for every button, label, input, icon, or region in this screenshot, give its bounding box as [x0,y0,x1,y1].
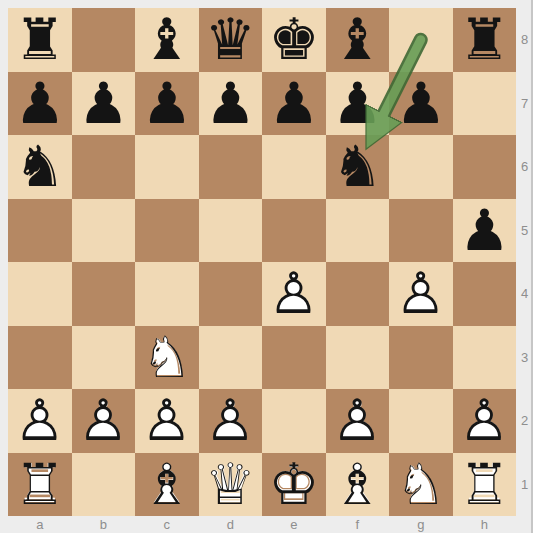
white-queen-outline: ♕ [205,456,256,513]
square-a5[interactable] [8,199,72,263]
square-h6[interactable] [453,135,517,199]
square-f7[interactable]: ♟ [326,72,390,136]
square-e3[interactable] [262,326,326,390]
file-label-e: e [262,516,326,533]
square-f4[interactable] [326,262,390,326]
square-h1[interactable]: ♜♖ [453,453,517,517]
square-h5[interactable]: ♟ [453,199,517,263]
square-b7[interactable]: ♟ [72,72,136,136]
black-knight[interactable]: ♞ [326,135,390,199]
square-h2[interactable]: ♟♙ [453,389,517,453]
white-pawn[interactable]: ♟♙ [453,389,517,453]
white-knight[interactable]: ♞♘ [389,453,453,517]
white-rook-outline: ♖ [459,456,510,513]
square-c1[interactable]: ♝♗ [135,453,199,517]
black-rook[interactable]: ♜ [453,8,517,72]
square-g4[interactable]: ♟♙ [389,262,453,326]
white-king-outline: ♔ [268,456,319,513]
square-h4[interactable] [453,262,517,326]
square-e4[interactable]: ♟♙ [262,262,326,326]
white-pawn[interactable]: ♟♙ [72,389,136,453]
square-f3[interactable] [326,326,390,390]
white-rook[interactable]: ♜♖ [453,453,517,517]
file-label-d: d [199,516,263,533]
white-pawn[interactable]: ♟♙ [199,389,263,453]
square-e7[interactable]: ♟ [262,72,326,136]
square-g2[interactable] [389,389,453,453]
black-pawn[interactable]: ♟ [326,72,390,136]
file-label-b: b [72,516,136,533]
square-f6[interactable]: ♞ [326,135,390,199]
black-pawn[interactable]: ♟ [389,72,453,136]
square-e6[interactable] [262,135,326,199]
file-label-f: f [326,516,390,533]
white-knight-outline: ♘ [141,329,192,386]
square-g8[interactable] [389,8,453,72]
black-bishop[interactable]: ♝ [135,8,199,72]
square-g1[interactable]: ♞♘ [389,453,453,517]
white-king[interactable]: ♚♔ [262,453,326,517]
white-pawn[interactable]: ♟♙ [262,262,326,326]
square-c4[interactable] [135,262,199,326]
square-g5[interactable] [389,199,453,263]
white-pawn[interactable]: ♟♙ [389,262,453,326]
square-c8[interactable]: ♝ [135,8,199,72]
white-bishop-outline: ♗ [332,456,383,513]
white-pawn[interactable]: ♟♙ [135,389,199,453]
black-pawn[interactable]: ♟ [8,72,72,136]
black-rook[interactable]: ♜ [8,8,72,72]
chess-board: ♜♝♛♚♝♜♟♟♟♟♟♟♟♞♞♟♟♙♟♙♞♘♟♙♟♙♟♙♟♙♟♙♟♙♜♖♝♗♛♕… [8,8,516,516]
square-b2[interactable]: ♟♙ [72,389,136,453]
white-bishop[interactable]: ♝♗ [135,453,199,517]
square-e1[interactable]: ♚♔ [262,453,326,517]
black-knight[interactable]: ♞ [8,135,72,199]
square-e8[interactable]: ♚ [262,8,326,72]
square-b3[interactable] [72,326,136,390]
chess-board-page: ♜♝♛♚♝♜♟♟♟♟♟♟♟♞♞♟♟♙♟♙♞♘♟♙♟♙♟♙♟♙♟♙♟♙♜♖♝♗♛♕… [0,0,533,533]
white-bishop[interactable]: ♝♗ [326,453,390,517]
square-h7[interactable] [453,72,517,136]
white-pawn-outline: ♙ [205,392,256,449]
file-label-a: a [8,516,72,533]
square-b4[interactable] [72,262,136,326]
white-queen[interactable]: ♛♕ [199,453,263,517]
white-pawn-outline: ♙ [395,265,446,322]
square-e5[interactable] [262,199,326,263]
square-c3[interactable]: ♞♘ [135,326,199,390]
white-knight-outline: ♘ [395,456,446,513]
square-g3[interactable] [389,326,453,390]
white-pawn-outline: ♙ [141,392,192,449]
square-a1[interactable]: ♜♖ [8,453,72,517]
square-c2[interactable]: ♟♙ [135,389,199,453]
square-d2[interactable]: ♟♙ [199,389,263,453]
square-f1[interactable]: ♝♗ [326,453,390,517]
square-d4[interactable] [199,262,263,326]
white-pawn-outline: ♙ [14,392,65,449]
square-f2[interactable]: ♟♙ [326,389,390,453]
square-a2[interactable]: ♟♙ [8,389,72,453]
square-a4[interactable] [8,262,72,326]
square-h8[interactable]: ♜ [453,8,517,72]
black-pawn[interactable]: ♟ [135,72,199,136]
black-pawn[interactable]: ♟ [199,72,263,136]
black-pawn[interactable]: ♟ [453,199,517,263]
file-label-c: c [135,516,199,533]
square-f8[interactable]: ♝ [326,8,390,72]
white-rook[interactable]: ♜♖ [8,453,72,517]
square-d6[interactable] [199,135,263,199]
square-c7[interactable]: ♟ [135,72,199,136]
square-d3[interactable] [199,326,263,390]
black-pawn[interactable]: ♟ [72,72,136,136]
square-a7[interactable]: ♟ [8,72,72,136]
file-label-h: h [453,516,517,533]
square-g7[interactable]: ♟ [389,72,453,136]
black-pawn[interactable]: ♟ [262,72,326,136]
square-d5[interactable] [199,199,263,263]
black-king[interactable]: ♚ [262,8,326,72]
white-pawn-outline: ♙ [78,392,129,449]
white-knight[interactable]: ♞♘ [135,326,199,390]
file-label-g: g [389,516,453,533]
square-e2[interactable] [262,389,326,453]
white-pawn-outline: ♙ [268,265,319,322]
square-a3[interactable] [8,326,72,390]
square-c6[interactable] [135,135,199,199]
black-queen[interactable]: ♛ [199,8,263,72]
white-rook-outline: ♖ [14,456,65,513]
square-d7[interactable]: ♟ [199,72,263,136]
square-d1[interactable]: ♛♕ [199,453,263,517]
square-b6[interactable] [72,135,136,199]
square-c5[interactable] [135,199,199,263]
square-b8[interactable] [72,8,136,72]
square-a8[interactable]: ♜ [8,8,72,72]
black-bishop[interactable]: ♝ [326,8,390,72]
square-f5[interactable] [326,199,390,263]
white-pawn-outline: ♙ [459,392,510,449]
white-pawn-outline: ♙ [332,392,383,449]
white-bishop-outline: ♗ [141,456,192,513]
square-b5[interactable] [72,199,136,263]
square-d8[interactable]: ♛ [199,8,263,72]
square-a6[interactable]: ♞ [8,135,72,199]
square-b1[interactable] [72,453,136,517]
white-pawn[interactable]: ♟♙ [326,389,390,453]
square-g6[interactable] [389,135,453,199]
square-h3[interactable] [453,326,517,390]
white-pawn[interactable]: ♟♙ [8,389,72,453]
